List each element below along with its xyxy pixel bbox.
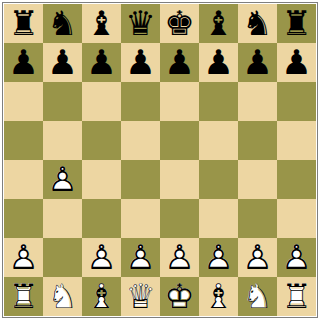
piece-black-pawn[interactable]: ♟ — [121, 43, 160, 82]
black-pawn-glyph: ♟ — [43, 43, 82, 82]
square-b6[interactable] — [43, 82, 82, 121]
square-h8[interactable]: ♜ — [277, 4, 316, 43]
piece-white-bishop[interactable]: ♝♗ — [199, 277, 238, 316]
square-b4[interactable]: ♟♙ — [43, 160, 82, 199]
square-f1[interactable]: ♝♗ — [199, 277, 238, 316]
black-king-glyph: ♚ — [160, 4, 199, 43]
piece-white-queen[interactable]: ♛♕ — [121, 277, 160, 316]
square-c8[interactable]: ♝ — [82, 4, 121, 43]
square-g1[interactable]: ♞♘ — [238, 277, 277, 316]
square-a3[interactable] — [4, 199, 43, 238]
square-g6[interactable] — [238, 82, 277, 121]
square-g7[interactable]: ♟ — [238, 43, 277, 82]
square-e4[interactable] — [160, 160, 199, 199]
white-knight-outline-glyph: ♘ — [238, 277, 277, 316]
square-f7[interactable]: ♟ — [199, 43, 238, 82]
square-e1[interactable]: ♚♔ — [160, 277, 199, 316]
square-e6[interactable] — [160, 82, 199, 121]
square-f5[interactable] — [199, 121, 238, 160]
white-bishop-outline-glyph: ♗ — [199, 277, 238, 316]
piece-white-pawn[interactable]: ♟♙ — [199, 238, 238, 277]
black-pawn-glyph: ♟ — [82, 43, 121, 82]
square-g3[interactable] — [238, 199, 277, 238]
square-c2[interactable]: ♟♙ — [82, 238, 121, 277]
square-b1[interactable]: ♞♘ — [43, 277, 82, 316]
square-d5[interactable] — [121, 121, 160, 160]
square-a5[interactable] — [4, 121, 43, 160]
piece-black-pawn[interactable]: ♟ — [82, 43, 121, 82]
white-pawn-outline-glyph: ♙ — [277, 238, 316, 277]
piece-white-pawn[interactable]: ♟♙ — [238, 238, 277, 277]
square-b8[interactable]: ♞ — [43, 4, 82, 43]
square-d1[interactable]: ♛♕ — [121, 277, 160, 316]
white-bishop-outline-glyph: ♗ — [82, 277, 121, 316]
square-h5[interactable] — [277, 121, 316, 160]
square-f3[interactable] — [199, 199, 238, 238]
piece-black-rook[interactable]: ♜ — [277, 4, 316, 43]
square-a8[interactable]: ♜ — [4, 4, 43, 43]
white-pawn-outline-glyph: ♙ — [160, 238, 199, 277]
piece-white-knight[interactable]: ♞♘ — [43, 277, 82, 316]
square-a4[interactable] — [4, 160, 43, 199]
square-e7[interactable]: ♟ — [160, 43, 199, 82]
square-f8[interactable]: ♝ — [199, 4, 238, 43]
square-b3[interactable] — [43, 199, 82, 238]
square-h7[interactable]: ♟ — [277, 43, 316, 82]
square-b7[interactable]: ♟ — [43, 43, 82, 82]
black-knight-glyph: ♞ — [238, 4, 277, 43]
black-pawn-glyph: ♟ — [199, 43, 238, 82]
black-pawn-glyph: ♟ — [277, 43, 316, 82]
white-knight-outline-glyph: ♘ — [43, 277, 82, 316]
piece-white-king[interactable]: ♚♔ — [160, 277, 199, 316]
square-a7[interactable]: ♟ — [4, 43, 43, 82]
piece-white-knight[interactable]: ♞♘ — [238, 277, 277, 316]
square-a1[interactable]: ♜♖ — [4, 277, 43, 316]
white-pawn-outline-glyph: ♙ — [4, 238, 43, 277]
square-g8[interactable]: ♞ — [238, 4, 277, 43]
piece-black-pawn[interactable]: ♟ — [238, 43, 277, 82]
piece-black-king[interactable]: ♚ — [160, 4, 199, 43]
black-pawn-glyph: ♟ — [238, 43, 277, 82]
piece-black-pawn[interactable]: ♟ — [4, 43, 43, 82]
square-f2[interactable]: ♟♙ — [199, 238, 238, 277]
square-c7[interactable]: ♟ — [82, 43, 121, 82]
piece-white-pawn[interactable]: ♟♙ — [277, 238, 316, 277]
square-b2[interactable] — [43, 238, 82, 277]
piece-black-pawn[interactable]: ♟ — [277, 43, 316, 82]
white-pawn-outline-glyph: ♙ — [199, 238, 238, 277]
piece-white-pawn[interactable]: ♟♙ — [43, 160, 82, 199]
piece-white-pawn[interactable]: ♟♙ — [160, 238, 199, 277]
piece-black-pawn[interactable]: ♟ — [160, 43, 199, 82]
piece-white-rook[interactable]: ♜♖ — [4, 277, 43, 316]
square-f6[interactable] — [199, 82, 238, 121]
black-knight-glyph: ♞ — [43, 4, 82, 43]
square-c3[interactable] — [82, 199, 121, 238]
square-h3[interactable] — [277, 199, 316, 238]
piece-white-bishop[interactable]: ♝♗ — [82, 277, 121, 316]
square-g2[interactable]: ♟♙ — [238, 238, 277, 277]
square-c4[interactable] — [82, 160, 121, 199]
piece-white-pawn[interactable]: ♟♙ — [121, 238, 160, 277]
black-rook-glyph: ♜ — [277, 4, 316, 43]
square-h4[interactable] — [277, 160, 316, 199]
square-d7[interactable]: ♟ — [121, 43, 160, 82]
black-queen-glyph: ♛ — [121, 4, 160, 43]
square-d8[interactable]: ♛ — [121, 4, 160, 43]
white-pawn-outline-glyph: ♙ — [238, 238, 277, 277]
piece-black-queen[interactable]: ♛ — [121, 4, 160, 43]
black-pawn-glyph: ♟ — [160, 43, 199, 82]
square-a2[interactable]: ♟♙ — [4, 238, 43, 277]
square-c5[interactable] — [82, 121, 121, 160]
piece-black-pawn[interactable]: ♟ — [43, 43, 82, 82]
white-queen-outline-glyph: ♕ — [121, 277, 160, 316]
square-e2[interactable]: ♟♙ — [160, 238, 199, 277]
page-background: ♜♞♝♛♚♝♞♜♟♟♟♟♟♟♟♟♟♙♟♙♟♙♟♙♟♙♟♙♟♙♟♙♜♖♞♘♝♗♛♕… — [0, 0, 320, 320]
white-pawn-outline-glyph: ♙ — [121, 238, 160, 277]
piece-white-pawn[interactable]: ♟♙ — [82, 238, 121, 277]
square-f4[interactable] — [199, 160, 238, 199]
square-d3[interactable] — [121, 199, 160, 238]
white-rook-outline-glyph: ♖ — [277, 277, 316, 316]
square-g4[interactable] — [238, 160, 277, 199]
piece-black-knight[interactable]: ♞ — [238, 4, 277, 43]
black-pawn-glyph: ♟ — [121, 43, 160, 82]
square-e3[interactable] — [160, 199, 199, 238]
square-d6[interactable] — [121, 82, 160, 121]
piece-white-rook[interactable]: ♜♖ — [277, 277, 316, 316]
black-rook-glyph: ♜ — [4, 4, 43, 43]
white-rook-outline-glyph: ♖ — [4, 277, 43, 316]
square-d2[interactable]: ♟♙ — [121, 238, 160, 277]
square-b5[interactable] — [43, 121, 82, 160]
square-h2[interactable]: ♟♙ — [277, 238, 316, 277]
piece-black-knight[interactable]: ♞ — [43, 4, 82, 43]
square-a6[interactable] — [4, 82, 43, 121]
black-pawn-glyph: ♟ — [4, 43, 43, 82]
piece-black-bishop[interactable]: ♝ — [199, 4, 238, 43]
white-king-outline-glyph: ♔ — [160, 277, 199, 316]
square-c6[interactable] — [82, 82, 121, 121]
chess-board: ♜♞♝♛♚♝♞♜♟♟♟♟♟♟♟♟♟♙♟♙♟♙♟♙♟♙♟♙♟♙♟♙♜♖♞♘♝♗♛♕… — [4, 4, 316, 316]
square-h6[interactable] — [277, 82, 316, 121]
square-e5[interactable] — [160, 121, 199, 160]
square-c1[interactable]: ♝♗ — [82, 277, 121, 316]
piece-black-pawn[interactable]: ♟ — [199, 43, 238, 82]
black-bishop-glyph: ♝ — [82, 4, 121, 43]
square-h1[interactable]: ♜♖ — [277, 277, 316, 316]
square-e8[interactable]: ♚ — [160, 4, 199, 43]
white-pawn-outline-glyph: ♙ — [82, 238, 121, 277]
piece-black-rook[interactable]: ♜ — [4, 4, 43, 43]
white-pawn-outline-glyph: ♙ — [43, 160, 82, 199]
black-bishop-glyph: ♝ — [199, 4, 238, 43]
square-d4[interactable] — [121, 160, 160, 199]
board-frame: ♜♞♝♛♚♝♞♜♟♟♟♟♟♟♟♟♟♙♟♙♟♙♟♙♟♙♟♙♟♙♟♙♜♖♞♘♝♗♛♕… — [2, 2, 318, 318]
piece-black-bishop[interactable]: ♝ — [82, 4, 121, 43]
piece-white-pawn[interactable]: ♟♙ — [4, 238, 43, 277]
square-g5[interactable] — [238, 121, 277, 160]
